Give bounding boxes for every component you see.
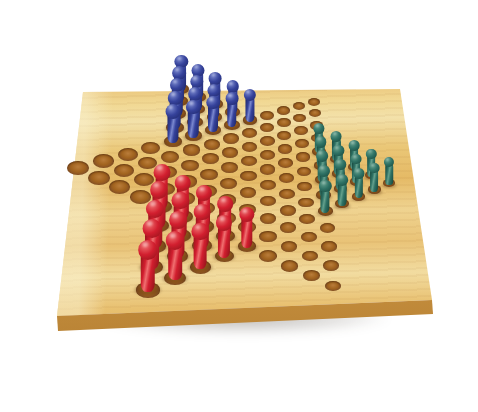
hole[interactable] (114, 164, 135, 177)
peg-green[interactable] (336, 174, 350, 207)
hole[interactable] (293, 102, 306, 110)
hole[interactable] (202, 153, 219, 164)
hole[interactable] (278, 158, 293, 168)
peg-ball-head (226, 80, 239, 93)
hole[interactable] (259, 250, 277, 262)
hole[interactable] (93, 154, 114, 168)
hole[interactable] (260, 150, 275, 160)
hole[interactable] (260, 196, 276, 207)
peg-red[interactable] (191, 223, 210, 270)
hole[interactable] (242, 142, 258, 152)
peg-ball-head (138, 240, 158, 260)
peg-ball-head (239, 207, 254, 222)
hole[interactable] (240, 187, 257, 198)
peg-red[interactable] (137, 240, 159, 293)
hole[interactable] (321, 241, 337, 251)
peg-green[interactable] (368, 163, 381, 193)
hole[interactable] (303, 270, 320, 281)
hole[interactable] (277, 118, 291, 127)
peg-ball-head (165, 104, 180, 119)
hole[interactable] (296, 152, 310, 161)
hole[interactable] (309, 109, 322, 117)
peg-ball-head (194, 204, 211, 221)
hole[interactable] (161, 151, 179, 163)
peg-ball-head (175, 175, 192, 192)
hole[interactable] (280, 222, 296, 233)
hole[interactable] (259, 231, 276, 242)
peg-ball-head (351, 154, 362, 165)
hole[interactable] (302, 251, 318, 262)
peg-ball-head (225, 92, 238, 105)
peg-ball-head (153, 164, 170, 181)
hole[interactable] (323, 260, 339, 271)
hole[interactable] (301, 232, 317, 243)
peg-ball-head (349, 140, 360, 151)
peg-green[interactable] (383, 157, 395, 186)
hole[interactable] (223, 133, 239, 143)
hole[interactable] (88, 171, 110, 185)
hole[interactable] (281, 241, 298, 252)
peg-blue[interactable] (185, 100, 201, 139)
hole[interactable] (109, 180, 130, 194)
peg-blue[interactable] (205, 96, 221, 133)
peg-ball-head (333, 145, 344, 156)
peg-ball-head (353, 168, 364, 179)
peg-ball-head (369, 163, 380, 174)
hole[interactable] (279, 173, 294, 183)
hole[interactable] (241, 156, 257, 166)
hole[interactable] (220, 178, 237, 189)
hole[interactable] (293, 114, 306, 123)
hole[interactable] (260, 123, 274, 132)
peg-ball-head (316, 150, 328, 162)
hole[interactable] (260, 111, 274, 120)
hole[interactable] (278, 144, 292, 153)
hole[interactable] (295, 139, 309, 148)
hole[interactable] (204, 139, 221, 150)
peg-ball-head (218, 196, 234, 212)
hole[interactable] (221, 162, 238, 173)
peg-ball-head (315, 136, 327, 148)
peg-ball-head (150, 181, 168, 199)
hole[interactable] (222, 147, 238, 158)
peg-ball-head (337, 174, 349, 186)
hole[interactable] (242, 128, 257, 138)
hole[interactable] (141, 142, 160, 154)
hole[interactable] (118, 148, 138, 161)
hole[interactable] (260, 136, 275, 146)
peg-body (385, 164, 393, 185)
hole[interactable] (67, 161, 89, 176)
holes-and-pegs-layer (0, 0, 478, 412)
hole[interactable] (260, 164, 276, 174)
peg-ball-head (142, 219, 161, 238)
peg-green[interactable] (352, 168, 365, 199)
peg-red[interactable] (238, 207, 255, 249)
peg-ball-head (331, 131, 342, 142)
hole[interactable] (181, 160, 199, 172)
hole[interactable] (294, 126, 308, 135)
hole[interactable] (308, 98, 320, 106)
hole[interactable] (325, 281, 341, 292)
hole[interactable] (240, 171, 256, 182)
hole[interactable] (299, 214, 315, 224)
peg-red[interactable] (215, 215, 233, 259)
hole[interactable] (298, 198, 313, 208)
hole[interactable] (280, 205, 296, 216)
hole[interactable] (277, 106, 290, 115)
hole[interactable] (297, 182, 312, 192)
hole[interactable] (279, 189, 295, 199)
peg-blue[interactable] (164, 104, 181, 145)
chinese-checkers-photo (0, 0, 478, 412)
peg-ball-head (206, 96, 220, 110)
peg-ball-head (169, 211, 187, 229)
hole[interactable] (260, 180, 276, 190)
hole[interactable] (277, 131, 291, 140)
peg-blue[interactable] (225, 92, 240, 128)
hole[interactable] (297, 167, 311, 177)
hole[interactable] (260, 213, 277, 224)
hole[interactable] (183, 144, 201, 155)
hole[interactable] (200, 169, 218, 181)
peg-ball-head (314, 123, 325, 134)
hole[interactable] (281, 260, 298, 271)
peg-green[interactable] (318, 180, 332, 214)
hole[interactable] (320, 223, 335, 233)
peg-ball-head (318, 165, 330, 177)
peg-red[interactable] (165, 231, 185, 281)
peg-blue[interactable] (243, 89, 257, 123)
